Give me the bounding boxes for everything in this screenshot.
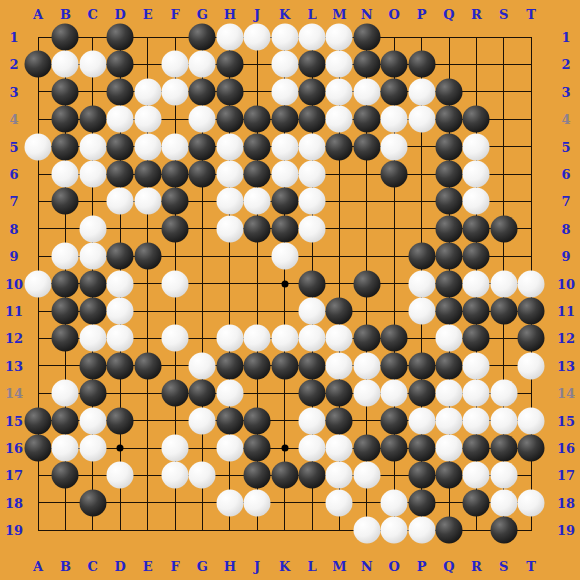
white-stone[interactable] xyxy=(134,133,161,160)
black-stone[interactable] xyxy=(244,462,271,489)
white-stone[interactable] xyxy=(162,462,189,489)
black-stone[interactable] xyxy=(408,462,435,489)
column-label-bottom: B xyxy=(60,560,71,573)
white-stone[interactable] xyxy=(381,517,408,544)
white-stone[interactable] xyxy=(216,435,243,462)
white-stone[interactable] xyxy=(408,270,435,297)
column-label-top: P xyxy=(417,8,427,21)
white-stone[interactable] xyxy=(299,24,326,51)
white-stone[interactable] xyxy=(244,24,271,51)
black-stone[interactable] xyxy=(25,407,52,434)
white-stone[interactable] xyxy=(463,270,490,297)
white-stone[interactable] xyxy=(189,462,216,489)
black-stone[interactable] xyxy=(436,352,463,379)
white-stone[interactable] xyxy=(326,51,353,78)
white-stone[interactable] xyxy=(326,489,353,516)
row-label-left: 12 xyxy=(5,332,23,345)
hoshi-dot xyxy=(117,445,124,452)
white-stone[interactable] xyxy=(490,489,517,516)
black-stone[interactable] xyxy=(518,435,545,462)
black-stone[interactable] xyxy=(216,106,243,133)
black-stone[interactable] xyxy=(490,298,517,325)
column-label-bottom: N xyxy=(361,560,373,573)
white-stone[interactable] xyxy=(408,78,435,105)
white-stone[interactable] xyxy=(326,24,353,51)
black-stone[interactable] xyxy=(107,133,134,160)
white-stone[interactable] xyxy=(299,407,326,434)
white-stone[interactable] xyxy=(326,78,353,105)
black-stone[interactable] xyxy=(134,352,161,379)
black-stone[interactable] xyxy=(436,517,463,544)
row-label-left: 1 xyxy=(9,31,18,44)
row-label-right: 6 xyxy=(561,168,570,181)
black-stone[interactable] xyxy=(326,298,353,325)
black-stone[interactable] xyxy=(52,106,79,133)
column-label-bottom: T xyxy=(526,560,536,573)
black-stone[interactable] xyxy=(189,78,216,105)
black-stone[interactable] xyxy=(463,489,490,516)
black-stone[interactable] xyxy=(463,325,490,352)
white-stone[interactable] xyxy=(25,133,52,160)
black-stone[interactable] xyxy=(436,188,463,215)
white-stone[interactable] xyxy=(518,270,545,297)
white-stone[interactable] xyxy=(299,161,326,188)
black-stone[interactable] xyxy=(134,243,161,270)
column-label-bottom: A xyxy=(33,560,43,573)
row-label-left: 11 xyxy=(5,305,23,318)
grid-line-horizontal xyxy=(38,502,532,503)
black-stone[interactable] xyxy=(408,489,435,516)
black-stone[interactable] xyxy=(189,380,216,407)
black-stone[interactable] xyxy=(353,435,380,462)
white-stone[interactable] xyxy=(52,380,79,407)
white-stone[interactable] xyxy=(79,435,106,462)
white-stone[interactable] xyxy=(162,325,189,352)
row-label-right: 14 xyxy=(557,387,575,400)
black-stone[interactable] xyxy=(299,352,326,379)
white-stone[interactable] xyxy=(216,24,243,51)
row-label-left: 18 xyxy=(5,496,23,509)
row-label-right: 1 xyxy=(561,31,570,44)
black-stone[interactable] xyxy=(52,78,79,105)
white-stone[interactable] xyxy=(408,407,435,434)
white-stone[interactable] xyxy=(463,380,490,407)
column-label-top: R xyxy=(471,8,482,21)
black-stone[interactable] xyxy=(271,352,298,379)
black-stone[interactable] xyxy=(299,78,326,105)
black-stone[interactable] xyxy=(299,462,326,489)
black-stone[interactable] xyxy=(162,161,189,188)
black-stone[interactable] xyxy=(381,161,408,188)
white-stone[interactable] xyxy=(216,325,243,352)
row-label-right: 13 xyxy=(557,359,575,372)
black-stone[interactable] xyxy=(518,298,545,325)
white-stone[interactable] xyxy=(107,462,134,489)
black-stone[interactable] xyxy=(107,243,134,270)
white-stone[interactable] xyxy=(326,352,353,379)
row-label-right: 10 xyxy=(557,277,575,290)
white-stone[interactable] xyxy=(134,188,161,215)
row-label-left: 16 xyxy=(5,442,23,455)
white-stone[interactable] xyxy=(134,78,161,105)
white-stone[interactable] xyxy=(299,188,326,215)
white-stone[interactable] xyxy=(79,133,106,160)
white-stone[interactable] xyxy=(518,407,545,434)
black-stone[interactable] xyxy=(216,51,243,78)
black-stone[interactable] xyxy=(353,325,380,352)
black-stone[interactable] xyxy=(353,133,380,160)
white-stone[interactable] xyxy=(189,106,216,133)
black-stone[interactable] xyxy=(436,78,463,105)
black-stone[interactable] xyxy=(107,407,134,434)
black-stone[interactable] xyxy=(52,325,79,352)
black-stone[interactable] xyxy=(463,435,490,462)
black-stone[interactable] xyxy=(436,270,463,297)
white-stone[interactable] xyxy=(436,325,463,352)
row-label-left: 3 xyxy=(9,85,18,98)
white-stone[interactable] xyxy=(436,407,463,434)
black-stone[interactable] xyxy=(353,51,380,78)
white-stone[interactable] xyxy=(490,407,517,434)
column-label-bottom: J xyxy=(254,560,260,573)
go-board[interactable]: AABBCCDDEEFFGGHHJJKKLLMMNNOOPPQQRRSSTT11… xyxy=(0,0,580,580)
black-stone[interactable] xyxy=(381,325,408,352)
black-stone[interactable] xyxy=(162,188,189,215)
white-stone[interactable] xyxy=(162,270,189,297)
white-stone[interactable] xyxy=(408,106,435,133)
white-stone[interactable] xyxy=(381,489,408,516)
black-stone[interactable] xyxy=(52,462,79,489)
column-label-bottom: O xyxy=(389,560,400,573)
black-stone[interactable] xyxy=(189,133,216,160)
white-stone[interactable] xyxy=(353,78,380,105)
white-stone[interactable] xyxy=(189,352,216,379)
white-stone[interactable] xyxy=(216,489,243,516)
black-stone[interactable] xyxy=(189,24,216,51)
white-stone[interactable] xyxy=(244,188,271,215)
white-stone[interactable] xyxy=(25,270,52,297)
white-stone[interactable] xyxy=(463,161,490,188)
white-stone[interactable] xyxy=(381,106,408,133)
white-stone[interactable] xyxy=(299,325,326,352)
white-stone[interactable] xyxy=(79,161,106,188)
black-stone[interactable] xyxy=(271,215,298,242)
row-label-right: 9 xyxy=(561,250,570,263)
column-label-top: A xyxy=(33,8,43,21)
white-stone[interactable] xyxy=(271,24,298,51)
black-stone[interactable] xyxy=(107,352,134,379)
column-label-bottom: D xyxy=(115,560,126,573)
black-stone[interactable] xyxy=(436,106,463,133)
black-stone[interactable] xyxy=(244,435,271,462)
black-stone[interactable] xyxy=(244,133,271,160)
white-stone[interactable] xyxy=(52,51,79,78)
column-label-bottom: R xyxy=(471,560,482,573)
row-label-right: 16 xyxy=(557,442,575,455)
white-stone[interactable] xyxy=(162,133,189,160)
row-label-right: 8 xyxy=(561,222,570,235)
row-label-left: 14 xyxy=(5,387,23,400)
column-label-bottom: E xyxy=(143,560,153,573)
column-label-bottom: L xyxy=(307,560,316,573)
hoshi-dot xyxy=(281,280,288,287)
white-stone[interactable] xyxy=(326,325,353,352)
black-stone[interactable] xyxy=(79,270,106,297)
white-stone[interactable] xyxy=(162,435,189,462)
black-stone[interactable] xyxy=(52,407,79,434)
white-stone[interactable] xyxy=(244,325,271,352)
column-label-top: J xyxy=(254,8,260,21)
row-label-left: 17 xyxy=(5,469,23,482)
column-label-bottom: F xyxy=(170,560,179,573)
white-stone[interactable] xyxy=(216,133,243,160)
white-stone[interactable] xyxy=(463,133,490,160)
column-label-top: C xyxy=(88,8,98,21)
row-label-left: 15 xyxy=(5,414,23,427)
row-label-left: 13 xyxy=(5,359,23,372)
row-label-left: 2 xyxy=(9,58,18,71)
black-stone[interactable] xyxy=(463,106,490,133)
column-label-top: H xyxy=(224,8,236,21)
black-stone[interactable] xyxy=(107,161,134,188)
black-stone[interactable] xyxy=(299,270,326,297)
black-stone[interactable] xyxy=(436,243,463,270)
white-stone[interactable] xyxy=(463,407,490,434)
column-label-bottom: G xyxy=(197,560,208,573)
black-stone[interactable] xyxy=(107,51,134,78)
black-stone[interactable] xyxy=(244,352,271,379)
black-stone[interactable] xyxy=(52,24,79,51)
black-stone[interactable] xyxy=(79,106,106,133)
column-label-bottom: P xyxy=(417,560,427,573)
black-stone[interactable] xyxy=(353,270,380,297)
white-stone[interactable] xyxy=(107,325,134,352)
black-stone[interactable] xyxy=(25,51,52,78)
row-label-right: 18 xyxy=(557,496,575,509)
black-stone[interactable] xyxy=(52,188,79,215)
black-stone[interactable] xyxy=(381,407,408,434)
row-label-right: 19 xyxy=(557,524,575,537)
white-stone[interactable] xyxy=(52,161,79,188)
black-stone[interactable] xyxy=(52,298,79,325)
column-label-top: Q xyxy=(443,8,454,21)
white-stone[interactable] xyxy=(518,352,545,379)
black-stone[interactable] xyxy=(271,188,298,215)
black-stone[interactable] xyxy=(189,161,216,188)
white-stone[interactable] xyxy=(518,489,545,516)
white-stone[interactable] xyxy=(271,78,298,105)
column-label-top: B xyxy=(60,8,71,21)
black-stone[interactable] xyxy=(408,352,435,379)
black-stone[interactable] xyxy=(79,380,106,407)
column-label-top: O xyxy=(389,8,400,21)
hoshi-dot xyxy=(281,445,288,452)
black-stone[interactable] xyxy=(518,325,545,352)
black-stone[interactable] xyxy=(381,352,408,379)
black-stone[interactable] xyxy=(107,24,134,51)
white-stone[interactable] xyxy=(353,517,380,544)
white-stone[interactable] xyxy=(79,51,106,78)
black-stone[interactable] xyxy=(381,78,408,105)
black-stone[interactable] xyxy=(271,462,298,489)
white-stone[interactable] xyxy=(107,270,134,297)
white-stone[interactable] xyxy=(463,462,490,489)
black-stone[interactable] xyxy=(463,215,490,242)
white-stone[interactable] xyxy=(244,489,271,516)
row-label-left: 19 xyxy=(5,524,23,537)
white-stone[interactable] xyxy=(216,161,243,188)
row-label-left: 4 xyxy=(9,113,18,126)
black-stone[interactable] xyxy=(408,51,435,78)
white-stone[interactable] xyxy=(463,352,490,379)
black-stone[interactable] xyxy=(463,243,490,270)
black-stone[interactable] xyxy=(299,51,326,78)
black-stone[interactable] xyxy=(244,161,271,188)
white-stone[interactable] xyxy=(353,352,380,379)
white-stone[interactable] xyxy=(271,133,298,160)
column-label-top: F xyxy=(170,8,179,21)
black-stone[interactable] xyxy=(326,380,353,407)
row-label-right: 2 xyxy=(561,58,570,71)
black-stone[interactable] xyxy=(52,133,79,160)
row-label-right: 11 xyxy=(557,305,575,318)
white-stone[interactable] xyxy=(353,380,380,407)
black-stone[interactable] xyxy=(299,106,326,133)
white-stone[interactable] xyxy=(107,298,134,325)
black-stone[interactable] xyxy=(79,352,106,379)
white-stone[interactable] xyxy=(189,407,216,434)
white-stone[interactable] xyxy=(107,106,134,133)
row-label-right: 7 xyxy=(561,195,570,208)
row-label-left: 10 xyxy=(5,277,23,290)
column-label-top: D xyxy=(115,8,126,21)
white-stone[interactable] xyxy=(436,435,463,462)
white-stone[interactable] xyxy=(189,51,216,78)
white-stone[interactable] xyxy=(162,78,189,105)
white-stone[interactable] xyxy=(353,462,380,489)
black-stone[interactable] xyxy=(326,133,353,160)
black-stone[interactable] xyxy=(326,407,353,434)
white-stone[interactable] xyxy=(271,243,298,270)
black-stone[interactable] xyxy=(216,352,243,379)
black-stone[interactable] xyxy=(353,24,380,51)
row-label-left: 6 xyxy=(9,168,18,181)
white-stone[interactable] xyxy=(271,51,298,78)
black-stone[interactable] xyxy=(79,298,106,325)
black-stone[interactable] xyxy=(436,161,463,188)
black-stone[interactable] xyxy=(408,380,435,407)
white-stone[interactable] xyxy=(52,435,79,462)
white-stone[interactable] xyxy=(107,188,134,215)
white-stone[interactable] xyxy=(162,51,189,78)
column-label-top: S xyxy=(499,8,508,21)
white-stone[interactable] xyxy=(490,380,517,407)
white-stone[interactable] xyxy=(216,380,243,407)
white-stone[interactable] xyxy=(79,407,106,434)
white-stone[interactable] xyxy=(299,133,326,160)
row-label-right: 3 xyxy=(561,85,570,98)
white-stone[interactable] xyxy=(271,325,298,352)
column-label-bottom: S xyxy=(499,560,508,573)
column-label-top: E xyxy=(143,8,153,21)
white-stone[interactable] xyxy=(490,270,517,297)
black-stone[interactable] xyxy=(490,435,517,462)
black-stone[interactable] xyxy=(436,298,463,325)
column-label-bottom: M xyxy=(332,560,346,573)
black-stone[interactable] xyxy=(216,407,243,434)
black-stone[interactable] xyxy=(107,78,134,105)
white-stone[interactable] xyxy=(381,133,408,160)
column-label-bottom: H xyxy=(224,560,236,573)
black-stone[interactable] xyxy=(299,380,326,407)
column-label-top: T xyxy=(526,8,536,21)
black-stone[interactable] xyxy=(463,298,490,325)
black-stone[interactable] xyxy=(25,435,52,462)
white-stone[interactable] xyxy=(79,325,106,352)
white-stone[interactable] xyxy=(134,106,161,133)
black-stone[interactable] xyxy=(490,215,517,242)
white-stone[interactable] xyxy=(216,188,243,215)
white-stone[interactable] xyxy=(299,298,326,325)
white-stone[interactable] xyxy=(326,435,353,462)
black-stone[interactable] xyxy=(381,435,408,462)
black-stone[interactable] xyxy=(408,243,435,270)
column-label-bottom: K xyxy=(279,560,290,573)
black-stone[interactable] xyxy=(79,489,106,516)
row-label-left: 7 xyxy=(9,195,18,208)
white-stone[interactable] xyxy=(408,517,435,544)
black-stone[interactable] xyxy=(244,407,271,434)
white-stone[interactable] xyxy=(381,380,408,407)
black-stone[interactable] xyxy=(162,380,189,407)
white-stone[interactable] xyxy=(299,435,326,462)
black-stone[interactable] xyxy=(244,106,271,133)
black-stone[interactable] xyxy=(353,106,380,133)
black-stone[interactable] xyxy=(436,133,463,160)
white-stone[interactable] xyxy=(299,215,326,242)
black-stone[interactable] xyxy=(490,517,517,544)
black-stone[interactable] xyxy=(134,161,161,188)
white-stone[interactable] xyxy=(79,215,106,242)
black-stone[interactable] xyxy=(408,435,435,462)
white-stone[interactable] xyxy=(79,243,106,270)
black-stone[interactable] xyxy=(436,462,463,489)
black-stone[interactable] xyxy=(52,270,79,297)
column-label-bottom: C xyxy=(88,560,98,573)
row-label-right: 15 xyxy=(557,414,575,427)
row-label-right: 4 xyxy=(561,113,570,126)
white-stone[interactable] xyxy=(436,380,463,407)
white-stone[interactable] xyxy=(326,106,353,133)
white-stone[interactable] xyxy=(271,161,298,188)
black-stone[interactable] xyxy=(162,215,189,242)
white-stone[interactable] xyxy=(408,298,435,325)
white-stone[interactable] xyxy=(326,462,353,489)
row-label-right: 12 xyxy=(557,332,575,345)
white-stone[interactable] xyxy=(216,215,243,242)
black-stone[interactable] xyxy=(216,78,243,105)
white-stone[interactable] xyxy=(52,243,79,270)
column-label-top: G xyxy=(197,8,208,21)
black-stone[interactable] xyxy=(436,215,463,242)
black-stone[interactable] xyxy=(271,106,298,133)
white-stone[interactable] xyxy=(463,188,490,215)
black-stone[interactable] xyxy=(244,215,271,242)
column-label-top: K xyxy=(279,8,290,21)
black-stone[interactable] xyxy=(381,51,408,78)
row-label-left: 8 xyxy=(9,222,18,235)
white-stone[interactable] xyxy=(490,462,517,489)
